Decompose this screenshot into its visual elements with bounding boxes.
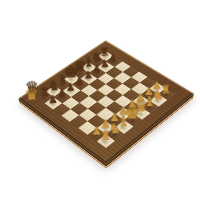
scene: ♜♟♟♜♞♟♟♞♝♟♟♝♛♟♟♛♚♟♟♚♝♟♟♝♞♟♟♞♜♟♟♜ ♛ ♛ [0,0,200,200]
chess-set-photo: ♜♟♟♜♞♟♟♞♝♟♟♝♛♟♟♛♚♟♟♚♝♟♟♝♞♟♟♞♜♟♟♜ ♛ ♛ [0,0,200,200]
chess-board: ♜♟♟♜♞♟♟♞♝♟♟♝♛♟♟♛♚♟♟♚♝♟♟♝♞♟♟♞♜♟♟♜ ♛ ♛ [18,40,193,163]
square-h7: ♟ [45,97,62,109]
square-h1: ♜ [97,134,116,148]
piece-black-pawn-h7: ♟ [42,93,63,105]
spare-white-queen-glyph: ♛ [21,87,42,104]
square-f5 [80,96,97,108]
perspective-wrapper: ♜♟♟♜♞♟♟♞♝♟♟♝♛♟♟♛♚♟♟♚♝♟♟♝♞♟♟♞♜♟♟♜ ♛ ♛ [0,0,200,200]
piece-white-rook-h1: ♜ [94,130,116,143]
